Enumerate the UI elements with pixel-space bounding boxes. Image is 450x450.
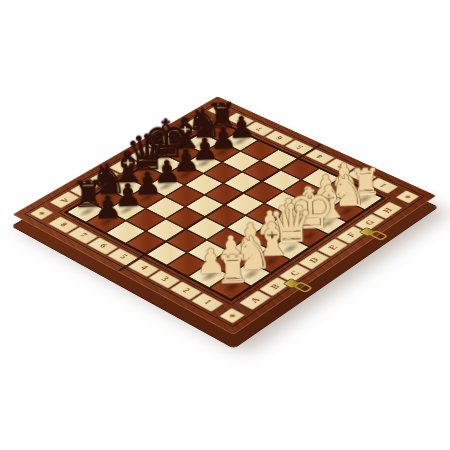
piece-glyph: ♜ <box>200 249 265 289</box>
file-label-bottom-e-text: E <box>327 244 339 251</box>
file-label-top-f-text: F <box>156 140 167 146</box>
ornament-stamp-icon: ◈ <box>402 194 412 199</box>
file-label-bottom-a: A <box>239 290 271 310</box>
rank-label-left-4-text: 4 <box>138 265 149 272</box>
file-label-bottom-h-text: H <box>381 207 394 214</box>
file-label-top-g-text: G <box>174 129 186 135</box>
corner-ornament-2: ◈ <box>219 308 245 324</box>
rank-label-left-7-text: 7 <box>77 232 88 238</box>
rank-label-right-4-text: 4 <box>315 154 325 160</box>
rank-label-left-2-text: 2 <box>180 287 191 294</box>
ornament-stamp-icon: ◈ <box>37 210 47 216</box>
rank-label-left-4: 4 <box>128 259 160 277</box>
rank-label-left-8: 8 <box>48 216 79 233</box>
ornament-stamp-icon: ◈ <box>227 312 238 318</box>
file-label-top-h-text: H <box>192 119 204 125</box>
rank-label-left-5-text: 5 <box>117 254 128 261</box>
camera-tilt: AA88BB77CC66DD55EE44FF33GG22HH11◈◈◈◈ ♜♞♝… <box>0 0 450 450</box>
rank-label-left-2: 2 <box>170 281 202 300</box>
rank-label-right-6-text: 6 <box>274 135 284 141</box>
file-label-bottom-f-text: F <box>345 232 357 239</box>
file-label-bottom-d-text: D <box>307 257 320 264</box>
rank-label-left-7: 7 <box>67 227 98 244</box>
rank-label-left-6-text: 6 <box>97 243 108 249</box>
rank-label-left-8-text: 8 <box>58 222 69 228</box>
file-label-bottom-c-text: C <box>288 270 301 277</box>
file-label-bottom-g-text: G <box>363 219 376 226</box>
file-label-top-d-text: D <box>118 162 130 168</box>
rank-label-right-8-text: 8 <box>235 117 245 122</box>
file-label-top-e-text: E <box>137 151 148 157</box>
rank-label-right-7-text: 7 <box>255 126 265 131</box>
rank-label-left-5: 5 <box>107 248 138 266</box>
board-surface: AA88BB77CC66DD55EE44FF33GG22HH11◈◈◈◈ <box>13 96 437 335</box>
clasp-plate-icon <box>284 279 299 288</box>
rank-label-left-3-text: 3 <box>159 276 170 283</box>
rank-label-left-3: 3 <box>148 270 180 289</box>
rank-label-left-6: 6 <box>87 237 118 255</box>
rank-label-left-1: 1 <box>191 293 224 312</box>
rank-label-right-5-text: 5 <box>295 144 305 150</box>
file-label-bottom-a-text: A <box>248 296 261 304</box>
photo-background: AA88BB77CC66DD55EE44FF33GG22HH11◈◈◈◈ ♜♞♝… <box>0 0 450 450</box>
chess-board: AA88BB77CC66DD55EE44FF33GG22HH11◈◈◈◈ ♜♞♝… <box>13 96 437 335</box>
piece-glyph: ♟ <box>77 191 139 224</box>
file-label-bottom-b-text: B <box>269 283 282 290</box>
ornament-stamp-icon: ◈ <box>214 108 223 113</box>
clasp-plate-icon <box>360 228 374 236</box>
rank-label-left-1-text: 1 <box>202 299 213 306</box>
